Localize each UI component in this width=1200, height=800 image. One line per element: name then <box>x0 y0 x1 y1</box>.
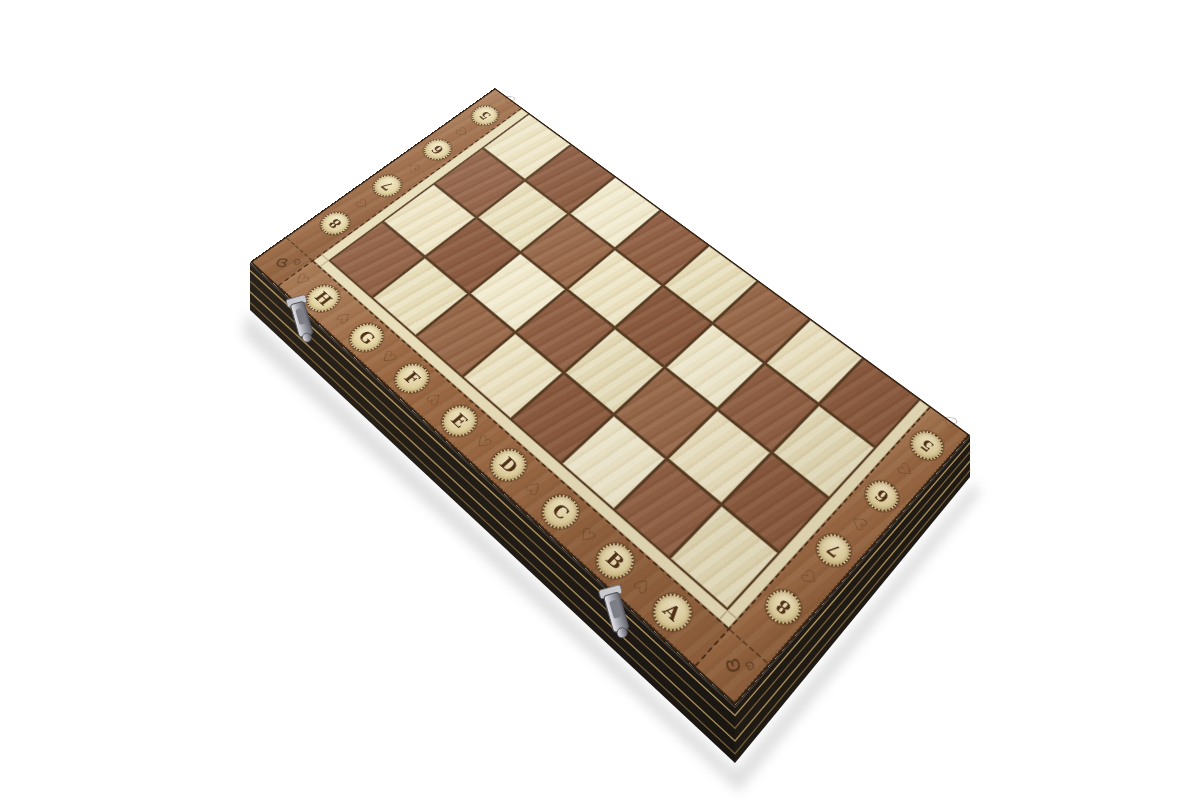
file-medallion-G: G <box>343 318 390 357</box>
rank-medallion-7: 7 <box>368 171 408 202</box>
rank-medallion-6: 6 <box>418 135 457 164</box>
corner-scroll: ɞ <box>718 655 745 675</box>
heart-scroll-ornament: ♡ <box>936 409 961 431</box>
heart-scroll-ornament: ♡ <box>498 91 519 106</box>
rank-medallion-6: 6 <box>859 475 905 518</box>
file-medallion-F: F <box>388 358 436 399</box>
file-medallion-A: A <box>646 586 700 638</box>
rank-medallion-8: 8 <box>759 583 808 631</box>
file-medallion-E: E <box>435 399 484 442</box>
file-medallion-C: C <box>535 488 586 536</box>
product-photo-scene: ♡5♡6♡7♡8ɞɞ ♡H♡G♡F♡E♡D♡C♡B♡A ♡5♡6♡7♡8ɞɞ <box>0 0 1200 800</box>
rank-medallion-5: 5 <box>466 102 504 130</box>
rank-medallion-7: 7 <box>810 527 858 572</box>
corner-scroll: ɞ <box>292 257 303 268</box>
corner-scroll: ɞ <box>273 253 291 270</box>
corner-scroll: ɞ <box>743 658 758 675</box>
chessboard-top-face: ♡5♡6♡7♡8ɞɞ ♡H♡G♡F♡E♡D♡C♡B♡A ♡5♡6♡7♡8ɞɞ <box>250 88 970 705</box>
rank-medallion-5: 5 <box>904 425 949 466</box>
file-medallion-B: B <box>589 536 642 586</box>
file-medallion-H: H <box>300 280 346 318</box>
file-medallion-D: D <box>484 443 534 488</box>
